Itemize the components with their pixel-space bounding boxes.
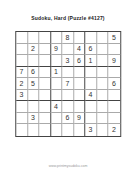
cell-r3c3 bbox=[39, 55, 51, 67]
cell-r4c9 bbox=[108, 67, 120, 79]
cell-r9c2 bbox=[28, 124, 40, 136]
cell-r7c7 bbox=[85, 101, 97, 113]
cell-r1c9: 5 bbox=[108, 32, 120, 44]
cell-r9c3 bbox=[39, 124, 51, 136]
cell-r3c8 bbox=[97, 55, 109, 67]
cell-r7c9 bbox=[108, 101, 120, 113]
cell-r9c4 bbox=[51, 124, 63, 136]
cell-r7c3 bbox=[39, 101, 51, 113]
cell-r3c1 bbox=[16, 55, 28, 67]
cell-r7c4: 4 bbox=[51, 101, 63, 113]
cell-r4c6 bbox=[74, 67, 86, 79]
cell-r3c2 bbox=[28, 55, 40, 67]
cell-r7c2 bbox=[28, 101, 40, 113]
cell-r2c4: 9 bbox=[51, 44, 63, 56]
cell-r9c5 bbox=[62, 124, 74, 136]
cell-r8c8 bbox=[97, 113, 109, 125]
cell-r8c7 bbox=[85, 113, 97, 125]
cell-r1c2 bbox=[28, 32, 40, 44]
cell-r6c3 bbox=[39, 90, 51, 102]
cell-r5c1: 2 bbox=[16, 78, 28, 90]
cell-r2c2: 2 bbox=[28, 44, 40, 56]
cell-r6c8 bbox=[97, 90, 109, 102]
cell-r5c8 bbox=[97, 78, 109, 90]
cell-r7c8 bbox=[97, 101, 109, 113]
cell-r9c1 bbox=[16, 124, 28, 136]
cell-r4c7 bbox=[85, 67, 97, 79]
cell-r9c8 bbox=[97, 124, 109, 136]
cell-r1c1 bbox=[16, 32, 28, 44]
cell-r2c3 bbox=[39, 44, 51, 56]
cell-r2c9 bbox=[108, 44, 120, 56]
cell-r1c3 bbox=[39, 32, 51, 44]
cell-r6c9 bbox=[108, 90, 120, 102]
cell-r6c6 bbox=[74, 90, 86, 102]
cell-r9c6 bbox=[74, 124, 86, 136]
cell-r3c6: 6 bbox=[74, 55, 86, 67]
cell-r2c6: 4 bbox=[74, 44, 86, 56]
cell-r4c8 bbox=[97, 67, 109, 79]
cell-r7c6 bbox=[74, 101, 86, 113]
cell-r6c1: 3 bbox=[16, 90, 28, 102]
cell-r1c6 bbox=[74, 32, 86, 44]
cell-r6c7: 4 bbox=[85, 90, 97, 102]
cell-r7c5 bbox=[62, 101, 74, 113]
cell-r5c6 bbox=[74, 78, 86, 90]
cell-r2c5 bbox=[62, 44, 74, 56]
cell-r5c7 bbox=[85, 78, 97, 90]
cell-r3c7: 1 bbox=[85, 55, 97, 67]
cell-r6c5 bbox=[62, 90, 74, 102]
page-title: Sudoku, Hard (Puzzle #4127) bbox=[0, 15, 136, 21]
cell-r8c9 bbox=[108, 113, 120, 125]
cell-r1c7 bbox=[85, 32, 97, 44]
sudoku-board: 8529463619761257634436932 bbox=[15, 31, 121, 137]
cell-r8c1 bbox=[16, 113, 28, 125]
cell-r4c5 bbox=[62, 67, 74, 79]
cell-r6c2 bbox=[28, 90, 40, 102]
cell-r1c8 bbox=[97, 32, 109, 44]
cell-r5c2: 5 bbox=[28, 78, 40, 90]
cell-r1c4 bbox=[51, 32, 63, 44]
footer-url: www.printmysudoku.com bbox=[0, 164, 136, 168]
cell-r8c3 bbox=[39, 113, 51, 125]
cell-r3c4 bbox=[51, 55, 63, 67]
cell-r4c4: 1 bbox=[51, 67, 63, 79]
cell-r8c6: 9 bbox=[74, 113, 86, 125]
cell-r4c1: 7 bbox=[16, 67, 28, 79]
cell-r4c3 bbox=[39, 67, 51, 79]
cell-r4c2: 6 bbox=[28, 67, 40, 79]
cell-r5c9: 6 bbox=[108, 78, 120, 90]
cell-r1c5: 8 bbox=[62, 32, 74, 44]
cell-r2c7: 6 bbox=[85, 44, 97, 56]
cell-r6c4 bbox=[51, 90, 63, 102]
cell-r5c5: 7 bbox=[62, 78, 74, 90]
cell-r9c7: 3 bbox=[85, 124, 97, 136]
cell-r8c2: 3 bbox=[28, 113, 40, 125]
cell-r2c1 bbox=[16, 44, 28, 56]
cell-r5c3 bbox=[39, 78, 51, 90]
cell-r3c9: 9 bbox=[108, 55, 120, 67]
cell-r5c4 bbox=[51, 78, 63, 90]
cell-r7c1 bbox=[16, 101, 28, 113]
cell-r2c8 bbox=[97, 44, 109, 56]
cell-r9c9: 2 bbox=[108, 124, 120, 136]
cell-r3c5: 3 bbox=[62, 55, 74, 67]
cell-r8c5: 6 bbox=[62, 113, 74, 125]
cell-r8c4 bbox=[51, 113, 63, 125]
